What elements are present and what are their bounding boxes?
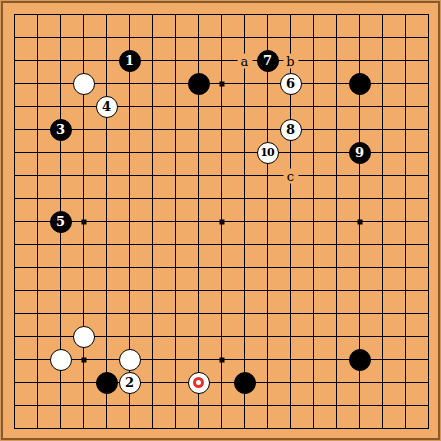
point-label-c: c bbox=[283, 168, 298, 183]
board-frame-inner: abc17395468102 bbox=[1, 1, 440, 440]
move-number: 5 bbox=[56, 215, 65, 228]
stone-white bbox=[119, 349, 141, 371]
point-label-b: b bbox=[283, 53, 298, 68]
move-number: 2 bbox=[125, 376, 134, 389]
star-point bbox=[81, 357, 86, 362]
move-number: 3 bbox=[56, 123, 65, 136]
stone-black-move-9: 9 bbox=[349, 142, 371, 164]
stone-white bbox=[73, 326, 95, 348]
move-number: 9 bbox=[355, 146, 364, 159]
star-point bbox=[81, 219, 86, 224]
move-number: 1 bbox=[125, 54, 134, 67]
stone-black-move-5: 5 bbox=[50, 211, 72, 233]
stone-black-move-7: 7 bbox=[257, 50, 279, 72]
stone-black-move-1: 1 bbox=[119, 50, 141, 72]
stone-black bbox=[96, 372, 118, 394]
move-number: 4 bbox=[102, 100, 111, 113]
stone-white-move-10: 10 bbox=[257, 142, 279, 164]
stone-black bbox=[349, 349, 371, 371]
go-board: abc17395468102 bbox=[3, 3, 438, 438]
stone-white-move-2: 2 bbox=[119, 372, 141, 394]
stone-white-move-6: 6 bbox=[280, 73, 302, 95]
red-circle-mark bbox=[193, 377, 204, 388]
stone-white-move-8: 8 bbox=[280, 119, 302, 141]
star-point bbox=[357, 219, 362, 224]
stone-white-move-4: 4 bbox=[96, 96, 118, 118]
stone-black bbox=[349, 73, 371, 95]
move-number: 10 bbox=[260, 147, 273, 158]
move-number: 7 bbox=[263, 54, 272, 67]
stone-black bbox=[234, 372, 256, 394]
stone-white bbox=[188, 372, 210, 394]
point-label-a: a bbox=[237, 53, 252, 68]
board-frame: abc17395468102 bbox=[0, 0, 441, 441]
stone-white bbox=[50, 349, 72, 371]
move-number: 8 bbox=[286, 123, 295, 136]
star-point bbox=[219, 219, 224, 224]
stone-black-move-3: 3 bbox=[50, 119, 72, 141]
stone-black bbox=[188, 73, 210, 95]
move-number: 6 bbox=[286, 77, 295, 90]
star-point bbox=[219, 357, 224, 362]
star-point bbox=[219, 81, 224, 86]
stone-white bbox=[73, 73, 95, 95]
